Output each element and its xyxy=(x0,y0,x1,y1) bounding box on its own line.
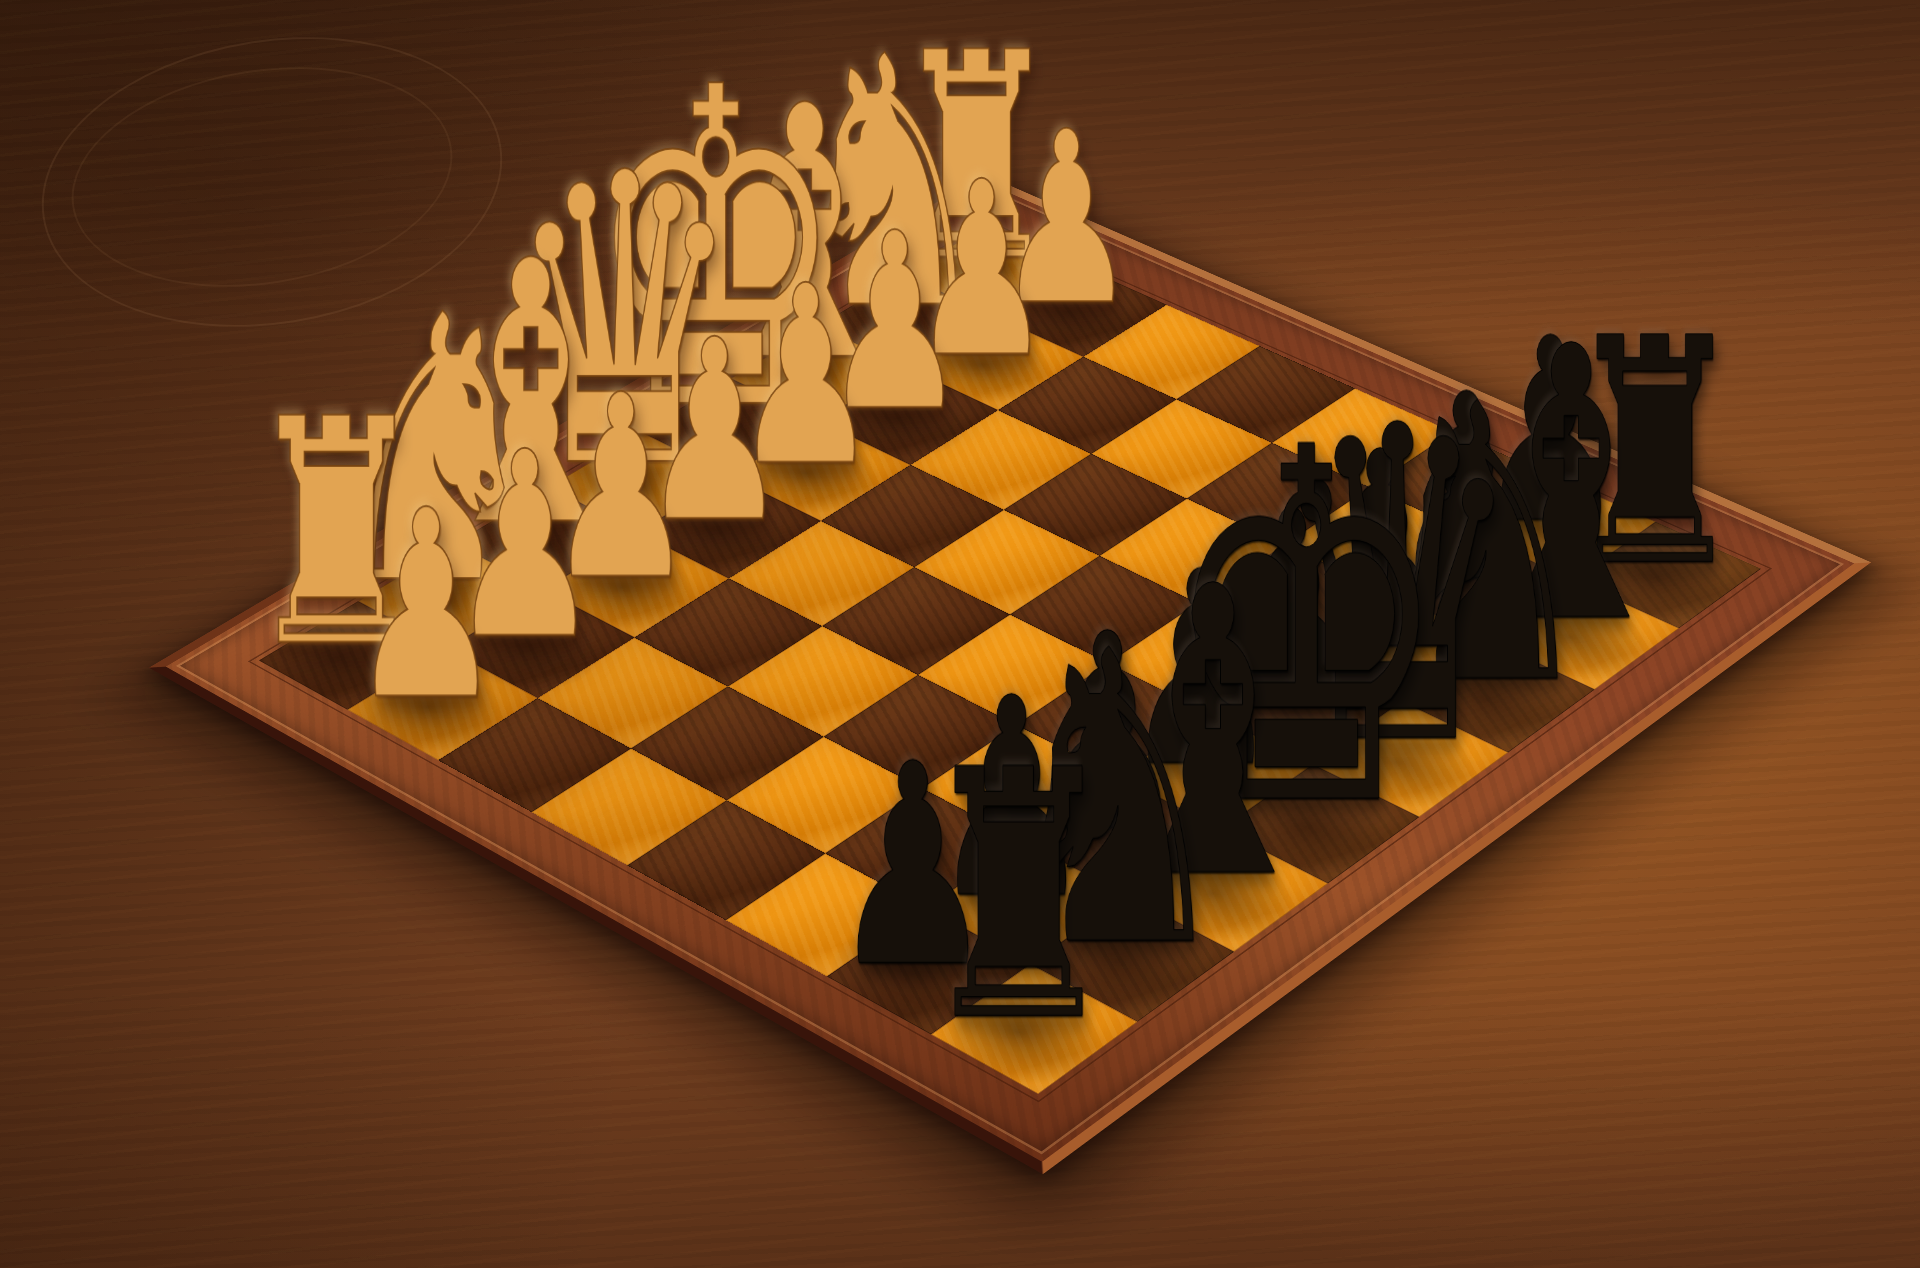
chess-board: ♜♟♟♜♞♟♟♝♝♟♟♞♚♟♟♛♛♟♟♚♝♟♟♝♞♟♟♞♜♟♟♜ xyxy=(259,225,1761,1094)
photo-stage: ♜♟♟♜♞♟♟♝♝♟♟♞♚♟♟♛♛♟♟♚♝♟♟♝♞♟♟♞♜♟♟♜ xyxy=(0,0,1920,1268)
piece-black-rook-a8[interactable]: ♜ xyxy=(917,725,1119,1067)
square-a8[interactable]: ♜ xyxy=(931,964,1137,1094)
chessboard-frame: ♜♟♟♜♞♟♟♝♝♟♟♞♚♟♟♛♛♟♟♚♝♟♟♝♞♟♟♞♜♟♟♜ xyxy=(149,174,1871,1174)
piece-white-pawn-a2[interactable]: ♟ xyxy=(349,476,502,735)
perspective-scene: ♜♟♟♜♞♟♟♝♝♟♟♞♚♟♟♛♛♟♟♚♝♟♟♝♞♟♟♞♜♟♟♜ xyxy=(0,0,1920,1268)
